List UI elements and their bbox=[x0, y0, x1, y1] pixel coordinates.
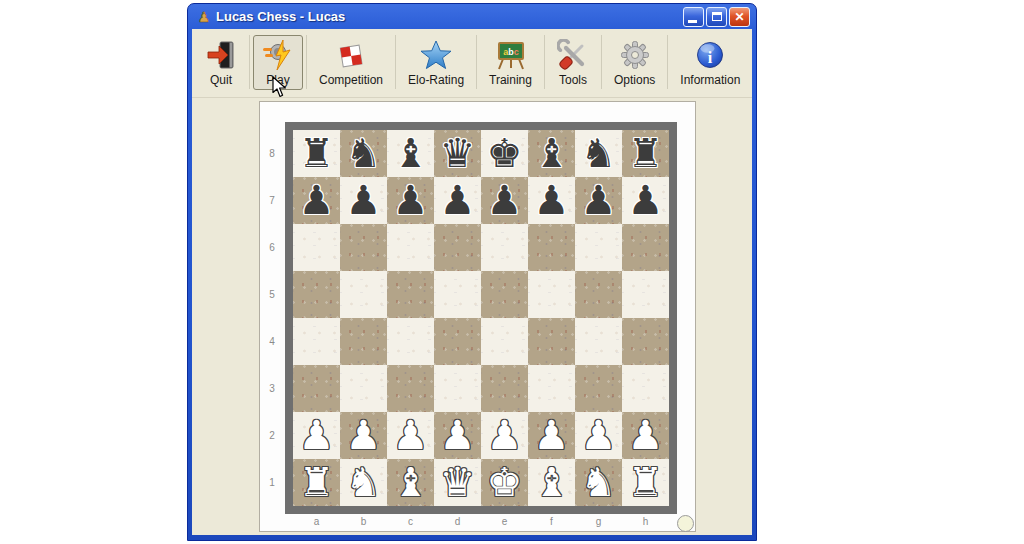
white-bishop: ♝ bbox=[393, 459, 429, 506]
square-b6[interactable] bbox=[340, 224, 387, 271]
rank-label-8: 8 bbox=[262, 130, 282, 177]
toolbar-button-options[interactable]: Options bbox=[605, 35, 664, 90]
square-a4[interactable] bbox=[293, 318, 340, 365]
square-d5[interactable] bbox=[434, 271, 481, 318]
toolbar-separator bbox=[306, 35, 307, 89]
window-controls: ✕ bbox=[683, 7, 750, 27]
white-queen: ♛ bbox=[440, 459, 476, 506]
black-knight: ♞ bbox=[346, 130, 382, 177]
square-c3[interactable] bbox=[387, 365, 434, 412]
square-b5[interactable] bbox=[340, 271, 387, 318]
square-g1[interactable]: ♞ bbox=[575, 459, 622, 506]
board-panel: ♜♞♝♛♚♝♞♜♟♟♟♟♟♟♟♟♟♟♟♟♟♟♟♟♜♞♝♛♚♝♞♜ 8765432… bbox=[259, 101, 696, 532]
file-label-h: h bbox=[622, 516, 669, 530]
black-pawn: ♟ bbox=[534, 177, 570, 224]
square-g7[interactable]: ♟ bbox=[575, 177, 622, 224]
square-f4[interactable] bbox=[528, 318, 575, 365]
title-bar[interactable]: ♟ Lucas Chess - Lucas ✕ bbox=[192, 4, 752, 29]
white-bishop: ♝ bbox=[534, 459, 570, 506]
square-f8[interactable]: ♝ bbox=[528, 130, 575, 177]
file-label-c: c bbox=[387, 516, 434, 530]
square-g8[interactable]: ♞ bbox=[575, 130, 622, 177]
mouse-cursor bbox=[272, 76, 291, 99]
square-a6[interactable] bbox=[293, 224, 340, 271]
square-a2[interactable]: ♟ bbox=[293, 412, 340, 459]
square-h4[interactable] bbox=[622, 318, 669, 365]
rank-label-1: 1 bbox=[262, 459, 282, 506]
close-button[interactable]: ✕ bbox=[729, 7, 750, 27]
square-e3[interactable] bbox=[481, 365, 528, 412]
square-d8[interactable]: ♛ bbox=[434, 130, 481, 177]
toolbar-label-elo-rating: Elo-Rating bbox=[408, 73, 464, 87]
square-b1[interactable]: ♞ bbox=[340, 459, 387, 506]
square-e1[interactable]: ♚ bbox=[481, 459, 528, 506]
square-b8[interactable]: ♞ bbox=[340, 130, 387, 177]
svg-text:i: i bbox=[708, 48, 713, 65]
white-pawn: ♟ bbox=[440, 412, 476, 459]
svg-text:abc: abc bbox=[503, 46, 519, 56]
file-label-e: e bbox=[481, 516, 528, 530]
checkered-flag-icon bbox=[335, 39, 367, 71]
black-pawn: ♟ bbox=[440, 177, 476, 224]
black-pawn: ♟ bbox=[487, 177, 523, 224]
window-title: Lucas Chess - Lucas bbox=[216, 9, 683, 24]
toolbar-separator bbox=[395, 35, 396, 89]
toolbar-button-tools[interactable]: Tools bbox=[548, 35, 598, 90]
square-a7[interactable]: ♟ bbox=[293, 177, 340, 224]
black-queen: ♛ bbox=[440, 130, 476, 177]
white-king: ♚ bbox=[487, 459, 523, 506]
square-c6[interactable] bbox=[387, 224, 434, 271]
square-c5[interactable] bbox=[387, 271, 434, 318]
black-pawn: ♟ bbox=[581, 177, 617, 224]
white-pawn: ♟ bbox=[581, 412, 617, 459]
square-f6[interactable] bbox=[528, 224, 575, 271]
toolbar-separator bbox=[476, 35, 477, 89]
square-f3[interactable] bbox=[528, 365, 575, 412]
minimize-icon bbox=[688, 20, 697, 23]
white-pawn: ♟ bbox=[299, 412, 335, 459]
white-knight: ♞ bbox=[581, 459, 617, 506]
exit-door-icon bbox=[205, 39, 237, 71]
file-label-a: a bbox=[293, 516, 340, 530]
square-d3[interactable] bbox=[434, 365, 481, 412]
square-b3[interactable] bbox=[340, 365, 387, 412]
file-label-g: g bbox=[575, 516, 622, 530]
square-d2[interactable]: ♟ bbox=[434, 412, 481, 459]
toolbar-button-quit[interactable]: Quit bbox=[196, 35, 246, 90]
toolbar-label-training: Training bbox=[489, 73, 532, 87]
square-c2[interactable]: ♟ bbox=[387, 412, 434, 459]
black-pawn: ♟ bbox=[628, 177, 664, 224]
svg-text:♟: ♟ bbox=[198, 9, 211, 25]
square-c1[interactable]: ♝ bbox=[387, 459, 434, 506]
toolbar-label-competition: Competition bbox=[319, 73, 383, 87]
square-e6[interactable] bbox=[481, 224, 528, 271]
file-label-b: b bbox=[340, 516, 387, 530]
square-e8[interactable]: ♚ bbox=[481, 130, 528, 177]
square-h2[interactable]: ♟ bbox=[622, 412, 669, 459]
gear-icon bbox=[619, 39, 651, 71]
black-king: ♚ bbox=[487, 130, 523, 177]
toolbar-label-tools: Tools bbox=[559, 73, 587, 87]
square-a8[interactable]: ♜ bbox=[293, 130, 340, 177]
rank-label-4: 4 bbox=[262, 318, 282, 365]
square-h6[interactable] bbox=[622, 224, 669, 271]
rank-label-2: 2 bbox=[262, 412, 282, 459]
white-pawn: ♟ bbox=[628, 412, 664, 459]
black-pawn: ♟ bbox=[299, 177, 335, 224]
white-rook: ♜ bbox=[628, 459, 664, 506]
white-pawn: ♟ bbox=[487, 412, 523, 459]
square-h5[interactable] bbox=[622, 271, 669, 318]
rank-label-7: 7 bbox=[262, 177, 282, 224]
star-icon bbox=[420, 39, 452, 71]
square-g6[interactable] bbox=[575, 224, 622, 271]
pawn-icon: ♟ bbox=[196, 9, 212, 25]
black-pawn: ♟ bbox=[346, 177, 382, 224]
square-e4[interactable] bbox=[481, 318, 528, 365]
square-a5[interactable] bbox=[293, 271, 340, 318]
toolbar-separator bbox=[249, 35, 250, 89]
square-d1[interactable]: ♛ bbox=[434, 459, 481, 506]
black-rook: ♜ bbox=[628, 130, 664, 177]
square-f1[interactable]: ♝ bbox=[528, 459, 575, 506]
rank-label-3: 3 bbox=[262, 365, 282, 412]
toolbar-button-competition[interactable]: Competition bbox=[310, 35, 392, 90]
black-bishop: ♝ bbox=[534, 130, 570, 177]
wrench-screwdriver-icon bbox=[557, 39, 589, 71]
rank-label-6: 6 bbox=[262, 224, 282, 271]
toolbar-label-information: Information bbox=[680, 73, 740, 87]
square-d4[interactable] bbox=[434, 318, 481, 365]
chalkboard-icon: abc bbox=[495, 39, 527, 71]
turn-indicator bbox=[677, 515, 694, 532]
square-g3[interactable] bbox=[575, 365, 622, 412]
file-label-d: d bbox=[434, 516, 481, 530]
square-c8[interactable]: ♝ bbox=[387, 130, 434, 177]
square-c7[interactable]: ♟ bbox=[387, 177, 434, 224]
toolbar-label-options: Options bbox=[614, 73, 655, 87]
black-rook: ♜ bbox=[299, 130, 335, 177]
white-knight: ♞ bbox=[346, 459, 382, 506]
square-d7[interactable]: ♟ bbox=[434, 177, 481, 224]
square-h3[interactable] bbox=[622, 365, 669, 412]
square-f5[interactable] bbox=[528, 271, 575, 318]
close-icon: ✕ bbox=[734, 11, 744, 23]
square-e7[interactable]: ♟ bbox=[481, 177, 528, 224]
screenshot-page: ♟ Lucas Chess - Lucas ✕ bbox=[0, 0, 1024, 544]
square-g2[interactable]: ♟ bbox=[575, 412, 622, 459]
client-area: Quit Play bbox=[192, 29, 752, 535]
white-pawn: ♟ bbox=[346, 412, 382, 459]
square-f7[interactable]: ♟ bbox=[528, 177, 575, 224]
white-pawn: ♟ bbox=[534, 412, 570, 459]
square-e2[interactable]: ♟ bbox=[481, 412, 528, 459]
square-b4[interactable] bbox=[340, 318, 387, 365]
black-knight: ♞ bbox=[581, 130, 617, 177]
toolbar-button-information[interactable]: i Information bbox=[671, 35, 749, 90]
square-f2[interactable]: ♟ bbox=[528, 412, 575, 459]
toolbar-button-elo-rating[interactable]: Elo-Rating bbox=[399, 35, 473, 90]
square-g5[interactable] bbox=[575, 271, 622, 318]
square-b7[interactable]: ♟ bbox=[340, 177, 387, 224]
square-c4[interactable] bbox=[387, 318, 434, 365]
square-a3[interactable] bbox=[293, 365, 340, 412]
rank-label-5: 5 bbox=[262, 271, 282, 318]
black-bishop: ♝ bbox=[393, 130, 429, 177]
toolbar-label-quit: Quit bbox=[210, 73, 232, 87]
square-h8[interactable]: ♜ bbox=[622, 130, 669, 177]
plug-lightning-icon bbox=[262, 39, 294, 71]
toolbar-separator bbox=[601, 35, 602, 89]
minimize-button[interactable] bbox=[683, 7, 704, 27]
white-rook: ♜ bbox=[299, 459, 335, 506]
black-pawn: ♟ bbox=[393, 177, 429, 224]
square-g4[interactable] bbox=[575, 318, 622, 365]
maximize-icon bbox=[712, 12, 722, 21]
square-b2[interactable]: ♟ bbox=[340, 412, 387, 459]
chess-board: ♜♞♝♛♚♝♞♜♟♟♟♟♟♟♟♟♟♟♟♟♟♟♟♟♜♞♝♛♚♝♞♜ bbox=[285, 122, 677, 514]
square-a1[interactable]: ♜ bbox=[293, 459, 340, 506]
toolbar-button-training[interactable]: abc Training bbox=[480, 35, 541, 90]
square-e5[interactable] bbox=[481, 271, 528, 318]
file-label-f: f bbox=[528, 516, 575, 530]
white-pawn: ♟ bbox=[393, 412, 429, 459]
square-h1[interactable]: ♜ bbox=[622, 459, 669, 506]
toolbar-separator bbox=[544, 35, 545, 89]
square-h7[interactable]: ♟ bbox=[622, 177, 669, 224]
toolbar-separator bbox=[667, 35, 668, 89]
info-icon: i bbox=[694, 39, 726, 71]
square-d6[interactable] bbox=[434, 224, 481, 271]
maximize-button[interactable] bbox=[706, 7, 727, 27]
